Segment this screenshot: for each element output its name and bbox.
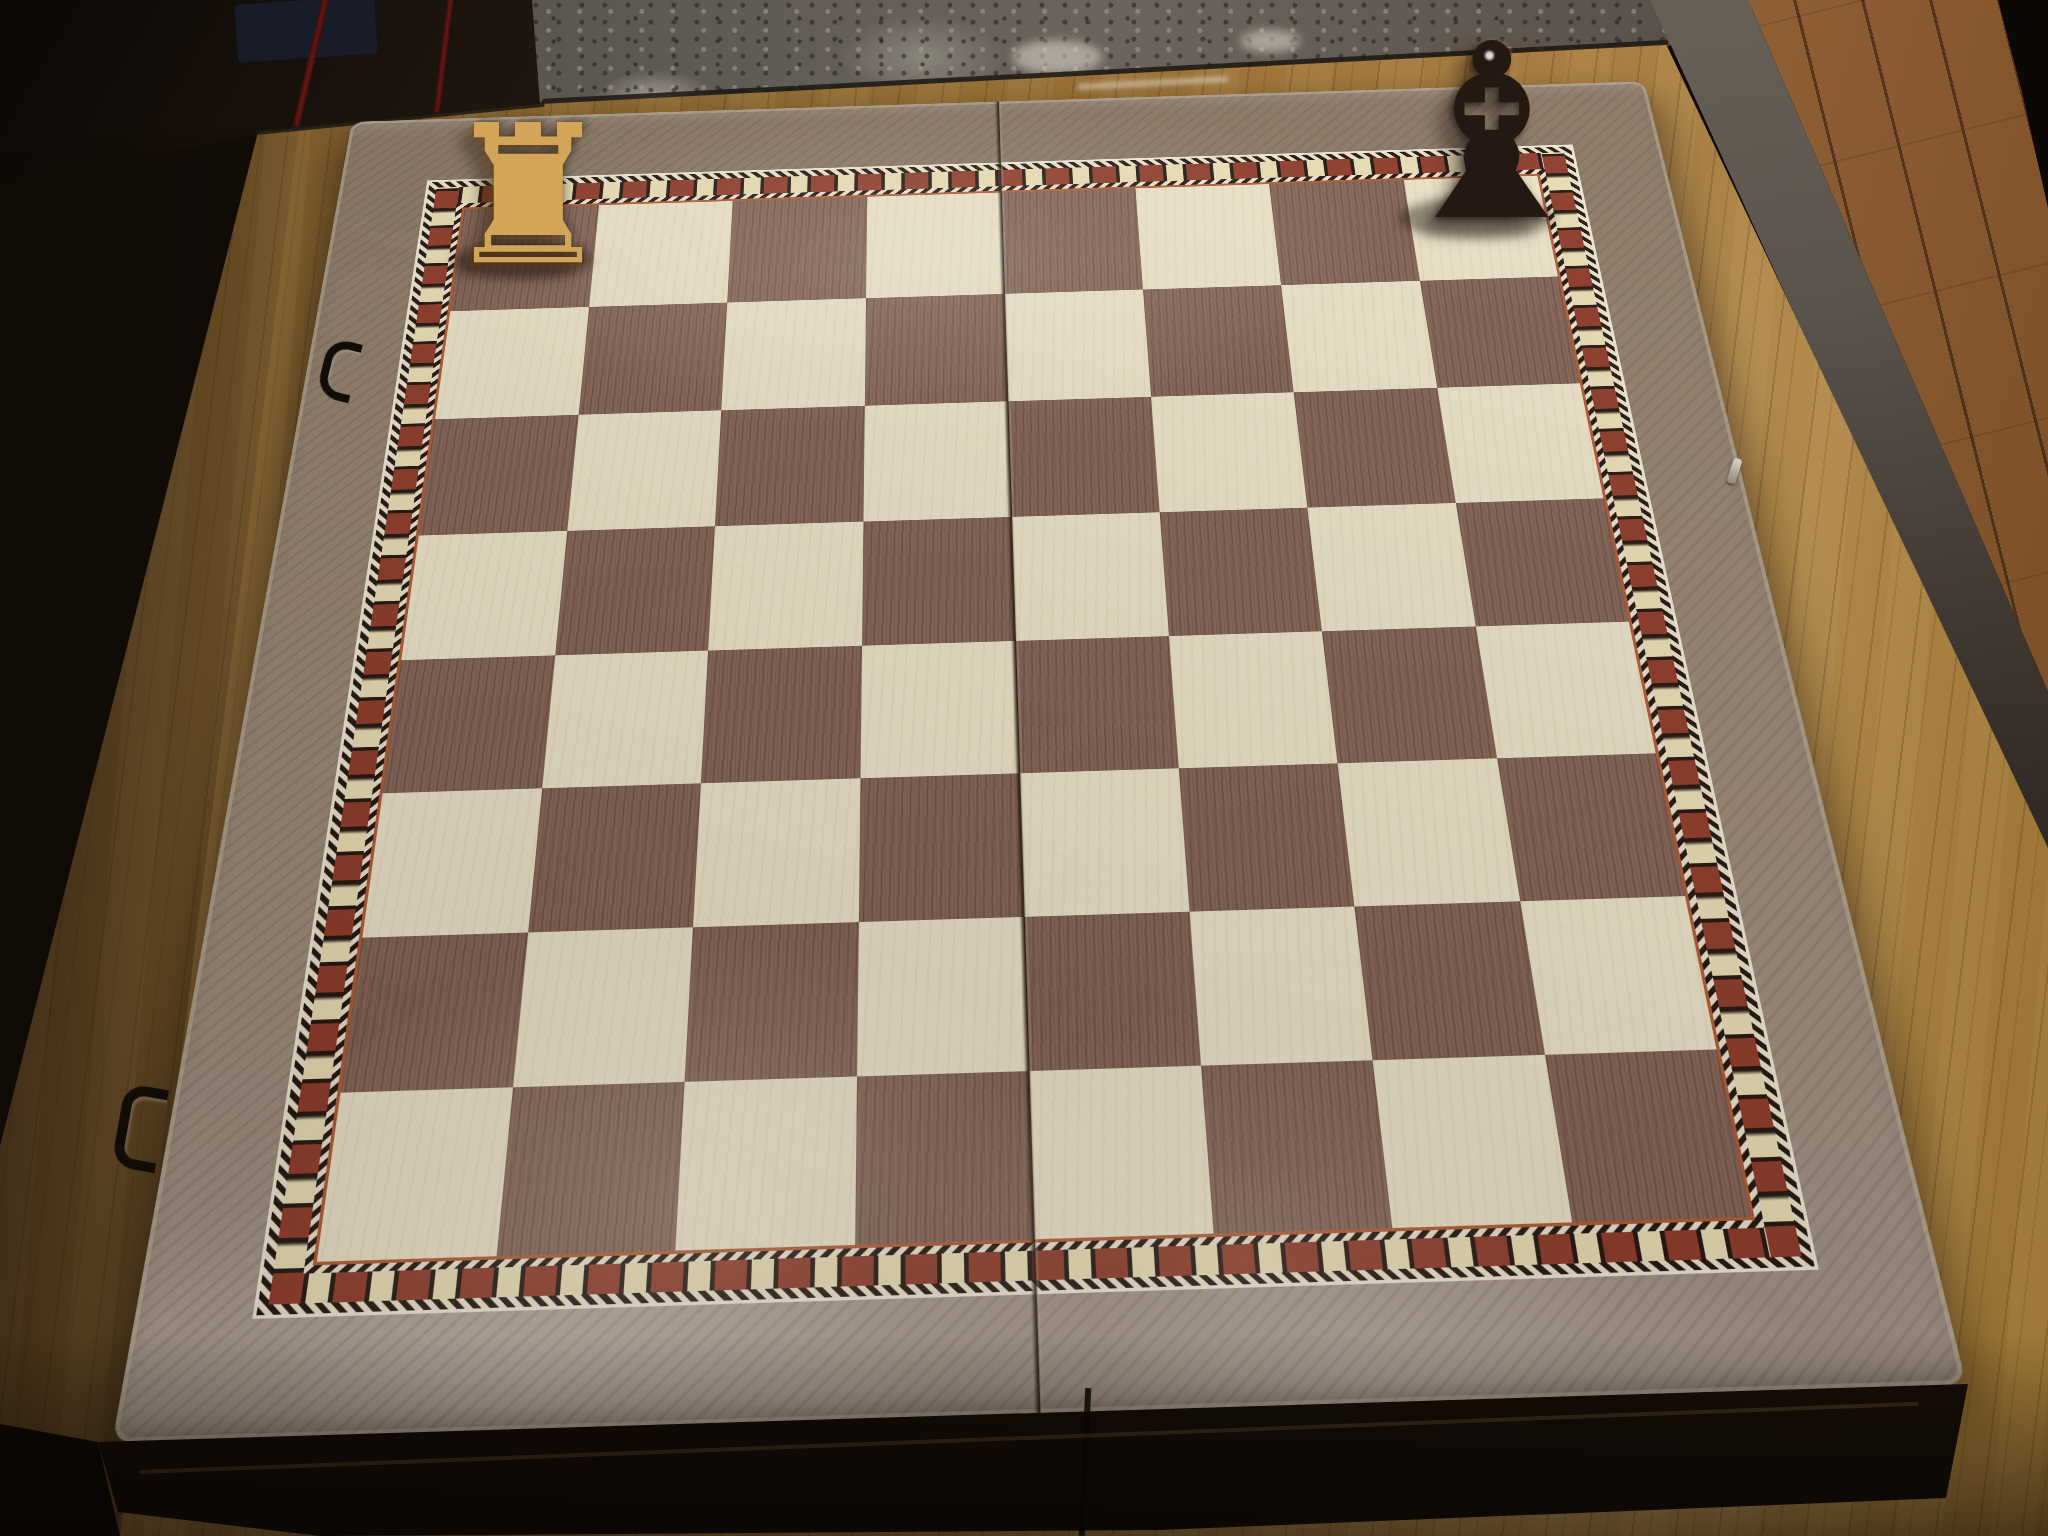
square-b3[interactable] [528,783,701,932]
square-h2[interactable] [1520,896,1717,1055]
mosaic-inlay-border [252,144,1819,1318]
square-g4[interactable] [1322,626,1497,763]
square-b1[interactable] [496,1082,684,1256]
square-f8[interactable] [1135,184,1281,289]
black-bishop-piece[interactable]: ♝ [1406,16,1578,232]
white-rook-piece[interactable]: ♜ [450,112,606,274]
black-bishop-glyph: ♝ [1384,34,1601,232]
square-e2[interactable] [1024,911,1201,1071]
square-c1[interactable] [675,1077,856,1251]
square-h3[interactable] [1497,753,1685,901]
square-c3[interactable] [693,778,860,927]
square-e4[interactable] [1015,636,1178,774]
square-f5[interactable] [1159,508,1322,636]
square-d4[interactable] [860,641,1019,779]
square-d7[interactable] [864,294,1007,406]
square-a5[interactable] [401,531,567,660]
square-d1[interactable] [855,1071,1034,1244]
square-a7[interactable] [435,307,589,420]
square-c5[interactable] [708,521,863,650]
square-g5[interactable] [1307,503,1475,631]
square-b5[interactable] [555,526,715,655]
square-g3[interactable] [1337,758,1519,906]
square-h5[interactable] [1455,498,1628,626]
square-f6[interactable] [1151,392,1308,512]
square-g2[interactable] [1354,901,1544,1061]
white-rook-glyph: ♜ [442,117,614,274]
square-b7[interactable] [578,302,727,415]
square-a6[interactable] [419,415,578,535]
square-g6[interactable] [1294,388,1456,508]
square-d3[interactable] [858,773,1023,921]
square-d6[interactable] [863,401,1011,521]
square-g1[interactable] [1373,1055,1572,1228]
square-c4[interactable] [701,645,862,783]
square-e8[interactable] [1001,188,1143,293]
square-b6[interactable] [567,410,721,530]
square-e7[interactable] [1004,289,1151,401]
square-e5[interactable] [1011,512,1168,640]
square-c2[interactable] [684,922,858,1082]
square-h6[interactable] [1437,383,1604,502]
square-h4[interactable] [1475,621,1656,758]
bottom-vignette [0,1336,2048,1536]
square-d5[interactable] [862,517,1015,645]
square-f4[interactable] [1168,631,1337,769]
square-h1[interactable] [1545,1050,1751,1223]
square-d8[interactable] [866,193,1004,298]
square-d2[interactable] [857,917,1029,1077]
square-e3[interactable] [1019,768,1189,916]
square-a3[interactable] [362,788,541,937]
chess-box-top [112,81,1966,1443]
square-f7[interactable] [1143,285,1294,397]
square-c8[interactable] [727,197,867,303]
square-b4[interactable] [542,650,708,788]
scene: ♜ ♝ [0,0,2048,1536]
square-c7[interactable] [721,298,865,411]
square-h7[interactable] [1419,276,1579,388]
square-g7[interactable] [1281,281,1437,393]
square-c6[interactable] [715,406,864,526]
square-f1[interactable] [1201,1061,1393,1234]
square-a4[interactable] [383,655,555,793]
chess-box-rotation-wrap [0,0,2048,1536]
square-f2[interactable] [1189,906,1373,1066]
square-f3[interactable] [1178,763,1354,911]
square-e6[interactable] [1007,397,1159,517]
square-e1[interactable] [1029,1066,1214,1239]
square-a2[interactable] [340,932,527,1093]
square-a1[interactable] [317,1088,513,1262]
square-b2[interactable] [512,927,693,1088]
